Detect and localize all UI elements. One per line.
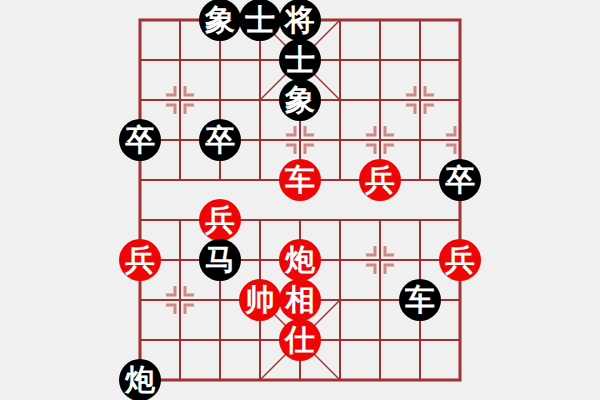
piece-red-general[interactable]: 帅 <box>239 279 281 321</box>
piece-red-chariot[interactable]: 车 <box>279 159 321 201</box>
piece-red-soldier[interactable]: 兵 <box>119 239 161 281</box>
piece-black-general[interactable]: 将 <box>279 0 321 41</box>
piece-black-elephant[interactable]: 象 <box>279 79 321 121</box>
piece-red-soldier[interactable]: 兵 <box>439 239 481 281</box>
piece-black-chariot[interactable]: 车 <box>399 279 441 321</box>
piece-black-advisor[interactable]: 士 <box>279 39 321 81</box>
piece-black-soldier[interactable]: 卒 <box>119 119 161 161</box>
piece-red-elephant[interactable]: 相 <box>279 279 321 321</box>
piece-red-cannon[interactable]: 炮 <box>279 239 321 281</box>
piece-red-soldier[interactable]: 兵 <box>359 159 401 201</box>
piece-black-elephant[interactable]: 象 <box>199 0 241 41</box>
piece-black-advisor[interactable]: 士 <box>239 0 281 41</box>
piece-red-advisor[interactable]: 仕 <box>279 319 321 361</box>
piece-black-soldier[interactable]: 卒 <box>199 119 241 161</box>
piece-black-horse[interactable]: 马 <box>199 239 241 281</box>
piece-red-soldier[interactable]: 兵 <box>199 199 241 241</box>
piece-black-cannon[interactable]: 炮 <box>119 359 161 400</box>
xiangqi-board[interactable]: 象士将士象卒卒车兵卒兵兵马炮兵帅相车仕炮 <box>0 0 600 400</box>
piece-black-soldier[interactable]: 卒 <box>439 159 481 201</box>
